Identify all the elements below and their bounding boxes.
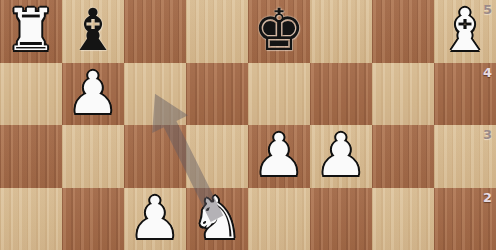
rank-label-4: 4 bbox=[483, 65, 492, 80]
square-e3[interactable]: ♟ bbox=[248, 125, 310, 188]
square-h3[interactable]: 3 bbox=[434, 125, 496, 188]
square-h4[interactable]: 4 bbox=[434, 63, 496, 126]
square-b2[interactable] bbox=[62, 188, 124, 250]
black-bishop-b5[interactable]: ♝ bbox=[67, 0, 119, 62]
square-e4[interactable] bbox=[248, 63, 310, 126]
square-d5[interactable] bbox=[186, 0, 248, 63]
square-e2[interactable] bbox=[248, 188, 310, 250]
square-f5[interactable] bbox=[310, 0, 372, 63]
square-g2[interactable] bbox=[372, 188, 434, 250]
square-g4[interactable] bbox=[372, 63, 434, 126]
square-c5[interactable] bbox=[124, 0, 186, 63]
square-h5[interactable]: ♝5 bbox=[434, 0, 496, 63]
square-f3[interactable]: ♟ bbox=[310, 125, 372, 188]
white-pawn-f3[interactable]: ♟ bbox=[315, 124, 367, 187]
rank-label-3: 3 bbox=[483, 127, 492, 142]
square-a2[interactable] bbox=[0, 188, 62, 250]
square-f4[interactable] bbox=[310, 63, 372, 126]
square-g3[interactable] bbox=[372, 125, 434, 188]
white-knight-d2[interactable]: ♞ bbox=[191, 187, 243, 250]
square-c4[interactable] bbox=[124, 63, 186, 126]
white-pawn-b4[interactable]: ♟ bbox=[67, 62, 119, 125]
square-c2[interactable]: ♟ bbox=[124, 188, 186, 250]
square-b4[interactable]: ♟ bbox=[62, 63, 124, 126]
white-pawn-e3[interactable]: ♟ bbox=[253, 124, 305, 187]
square-g5[interactable] bbox=[372, 0, 434, 63]
white-pawn-c2[interactable]: ♟ bbox=[129, 187, 181, 250]
square-f2[interactable] bbox=[310, 188, 372, 250]
black-king-e5[interactable]: ♚ bbox=[253, 0, 305, 62]
square-c3[interactable] bbox=[124, 125, 186, 188]
square-a3[interactable] bbox=[0, 125, 62, 188]
square-d3[interactable] bbox=[186, 125, 248, 188]
white-rook-a5[interactable]: ♜ bbox=[5, 0, 57, 62]
rank-label-2: 2 bbox=[483, 190, 492, 205]
square-b3[interactable] bbox=[62, 125, 124, 188]
rank-label-5: 5 bbox=[483, 2, 492, 17]
square-a4[interactable] bbox=[0, 63, 62, 126]
square-d2[interactable]: ♞ bbox=[186, 188, 248, 250]
chess-board: ♜♝♚♝5♟4♟♟3♟♞2 bbox=[0, 0, 496, 250]
square-b5[interactable]: ♝ bbox=[62, 0, 124, 63]
square-e5[interactable]: ♚ bbox=[248, 0, 310, 63]
square-d4[interactable] bbox=[186, 63, 248, 126]
board-grid: ♜♝♚♝5♟4♟♟3♟♞2 bbox=[0, 0, 496, 250]
square-a5[interactable]: ♜ bbox=[0, 0, 62, 63]
square-h2[interactable]: 2 bbox=[434, 188, 496, 250]
